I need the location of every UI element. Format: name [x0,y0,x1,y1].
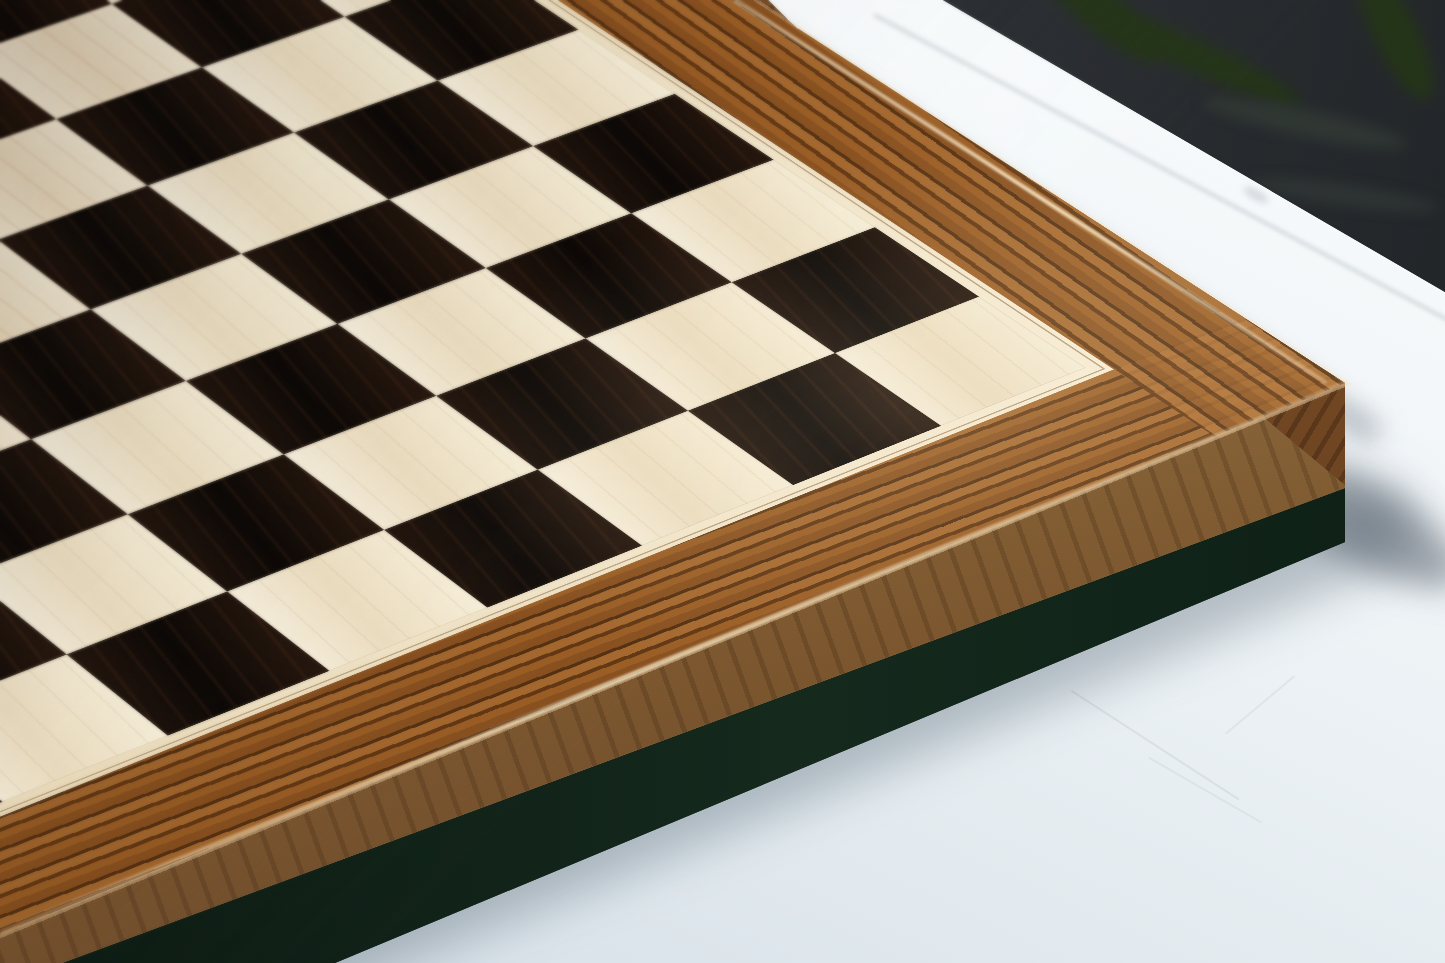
plant-leaf [1200,88,1411,157]
plant-leaf [1342,0,1445,109]
chessboard-photo-scene [0,0,1445,963]
plant-leaf [1083,0,1306,117]
